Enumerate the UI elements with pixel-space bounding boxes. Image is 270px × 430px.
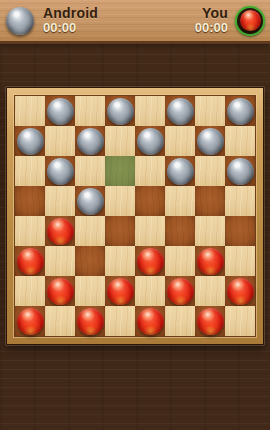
square-r6c4 xyxy=(135,276,165,306)
silver-piece[interactable] xyxy=(227,98,254,125)
square-r0c7[interactable] xyxy=(225,96,255,126)
square-r0c6 xyxy=(195,96,225,126)
square-r7c3 xyxy=(105,306,135,336)
red-piece[interactable] xyxy=(47,278,74,305)
red-piece[interactable] xyxy=(17,248,44,275)
android-name: Android xyxy=(43,5,98,21)
square-r2c7[interactable] xyxy=(225,156,255,186)
silver-piece[interactable] xyxy=(197,128,224,155)
you-name: You xyxy=(195,5,228,21)
square-r1c4[interactable] xyxy=(135,126,165,156)
red-piece[interactable] xyxy=(137,308,164,335)
you-piece-icon xyxy=(240,10,261,31)
red-piece[interactable] xyxy=(197,248,224,275)
red-piece[interactable] xyxy=(197,308,224,335)
square-r4c7[interactable] xyxy=(225,216,255,246)
player-you: You 00:00 xyxy=(188,5,266,36)
square-r1c2[interactable] xyxy=(75,126,105,156)
red-piece[interactable] xyxy=(167,278,194,305)
square-r3c6[interactable] xyxy=(195,186,225,216)
square-r1c5 xyxy=(165,126,195,156)
red-piece[interactable] xyxy=(17,308,44,335)
square-r2c0 xyxy=(15,156,45,186)
square-r4c2 xyxy=(75,216,105,246)
you-info: You 00:00 xyxy=(195,5,228,36)
android-info: Android 00:00 xyxy=(43,5,98,36)
player-android: Android 00:00 xyxy=(4,5,188,36)
square-r0c1[interactable] xyxy=(45,96,75,126)
square-r7c7 xyxy=(225,306,255,336)
square-r4c1[interactable] xyxy=(45,216,75,246)
square-r1c1 xyxy=(45,126,75,156)
silver-piece[interactable] xyxy=(17,128,44,155)
silver-piece[interactable] xyxy=(47,98,74,125)
square-r5c7 xyxy=(225,246,255,276)
silver-piece[interactable] xyxy=(167,158,194,185)
square-r1c3 xyxy=(105,126,135,156)
square-r2c1[interactable] xyxy=(45,156,75,186)
square-r0c3[interactable] xyxy=(105,96,135,126)
square-r6c5[interactable] xyxy=(165,276,195,306)
square-r6c3[interactable] xyxy=(105,276,135,306)
square-r3c5 xyxy=(165,186,195,216)
square-r3c3 xyxy=(105,186,135,216)
red-piece[interactable] xyxy=(227,278,254,305)
square-r6c6 xyxy=(195,276,225,306)
square-r7c2[interactable] xyxy=(75,306,105,336)
square-r2c4 xyxy=(135,156,165,186)
red-piece[interactable] xyxy=(107,278,134,305)
silver-piece[interactable] xyxy=(77,188,104,215)
square-r4c5[interactable] xyxy=(165,216,195,246)
highlight-square[interactable] xyxy=(105,156,135,186)
square-r3c1 xyxy=(45,186,75,216)
square-r0c2 xyxy=(75,96,105,126)
square-r6c0 xyxy=(15,276,45,306)
square-r5c1 xyxy=(45,246,75,276)
board xyxy=(15,96,255,336)
square-r4c3[interactable] xyxy=(105,216,135,246)
silver-piece[interactable] xyxy=(77,128,104,155)
square-r5c4[interactable] xyxy=(135,246,165,276)
square-r0c4 xyxy=(135,96,165,126)
header: Android 00:00 You 00:00 xyxy=(0,0,270,44)
square-r1c0[interactable] xyxy=(15,126,45,156)
you-clock: 00:00 xyxy=(195,21,228,36)
square-r0c0 xyxy=(15,96,45,126)
square-r2c5[interactable] xyxy=(165,156,195,186)
square-r7c4[interactable] xyxy=(135,306,165,336)
red-piece[interactable] xyxy=(77,308,104,335)
square-r4c0 xyxy=(15,216,45,246)
square-r5c5 xyxy=(165,246,195,276)
turn-indicator xyxy=(235,6,265,36)
square-r1c6[interactable] xyxy=(195,126,225,156)
square-r2c2 xyxy=(75,156,105,186)
android-piece-icon xyxy=(6,7,34,35)
square-r6c2 xyxy=(75,276,105,306)
silver-piece[interactable] xyxy=(227,158,254,185)
square-r7c5 xyxy=(165,306,195,336)
square-r5c2[interactable] xyxy=(75,246,105,276)
square-r5c6[interactable] xyxy=(195,246,225,276)
silver-piece[interactable] xyxy=(107,98,134,125)
square-r1c7 xyxy=(225,126,255,156)
square-r2c6 xyxy=(195,156,225,186)
square-r4c6 xyxy=(195,216,225,246)
board-frame xyxy=(6,87,264,345)
square-r6c7[interactable] xyxy=(225,276,255,306)
square-r3c4[interactable] xyxy=(135,186,165,216)
square-r7c0[interactable] xyxy=(15,306,45,336)
silver-piece[interactable] xyxy=(137,128,164,155)
android-clock: 00:00 xyxy=(43,21,98,36)
silver-piece[interactable] xyxy=(167,98,194,125)
red-piece[interactable] xyxy=(137,248,164,275)
square-r6c1[interactable] xyxy=(45,276,75,306)
square-r3c2[interactable] xyxy=(75,186,105,216)
square-r5c3 xyxy=(105,246,135,276)
square-r7c1 xyxy=(45,306,75,336)
square-r7c6[interactable] xyxy=(195,306,225,336)
red-piece[interactable] xyxy=(47,218,74,245)
square-r3c7 xyxy=(225,186,255,216)
square-r5c0[interactable] xyxy=(15,246,45,276)
checkers-app: Android 00:00 You 00:00 xyxy=(0,0,270,430)
silver-piece[interactable] xyxy=(47,158,74,185)
square-r3c0[interactable] xyxy=(15,186,45,216)
square-r4c4 xyxy=(135,216,165,246)
square-r0c5[interactable] xyxy=(165,96,195,126)
